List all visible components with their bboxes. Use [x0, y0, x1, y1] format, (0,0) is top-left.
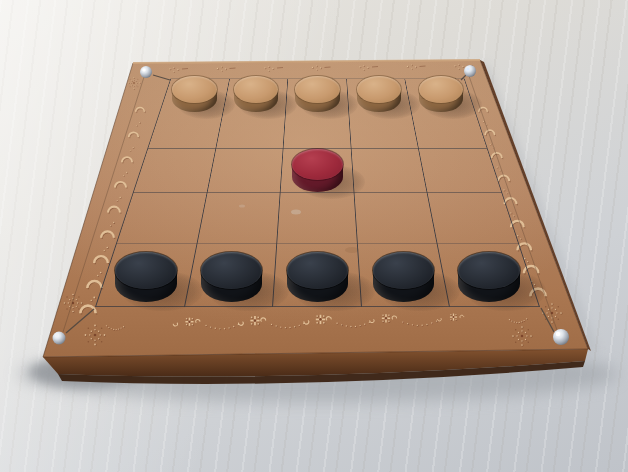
stud-glint [466, 67, 470, 71]
white-disc-e5[interactable] [419, 76, 463, 112]
disc-top [115, 252, 177, 289]
black-disc-a1[interactable] [115, 252, 177, 303]
cell-b3[interactable] [207, 149, 283, 193]
cell-b2[interactable] [197, 192, 281, 244]
black-disc-c1[interactable] [287, 252, 349, 303]
stud-bottom-left-icon [53, 332, 66, 345]
disc-top [287, 252, 349, 289]
stud-top-right-icon [464, 65, 476, 77]
cell-c2[interactable] [277, 192, 357, 244]
disc-top [357, 76, 401, 103]
stud-top-left-icon [140, 66, 152, 78]
cell-e2[interactable] [428, 192, 519, 244]
cell-a3[interactable] [134, 149, 216, 193]
white-disc-a5[interactable] [172, 76, 216, 112]
stud-glint [142, 68, 145, 71]
cell-e3[interactable] [419, 149, 501, 193]
disc-top [234, 76, 278, 103]
photo-scene [0, 0, 628, 472]
neutron-disc-c3[interactable] [292, 149, 344, 191]
stud-glint [556, 332, 560, 336]
white-disc-c5[interactable] [295, 76, 339, 112]
disc-top [295, 76, 339, 103]
black-disc-d1[interactable] [373, 252, 435, 303]
white-disc-b5[interactable] [234, 76, 278, 112]
cell-a2[interactable] [117, 192, 208, 244]
disc-top [419, 76, 463, 103]
stud-glint [55, 334, 58, 337]
stud-bottom-right-icon [553, 329, 569, 345]
black-disc-e1[interactable] [458, 252, 520, 303]
disc-top [172, 76, 216, 103]
disc-top [373, 252, 435, 289]
black-disc-b1[interactable] [201, 252, 263, 303]
disc-top [458, 252, 520, 289]
white-disc-d5[interactable] [357, 76, 401, 112]
cell-d2[interactable] [354, 192, 438, 244]
disc-top [201, 252, 263, 289]
